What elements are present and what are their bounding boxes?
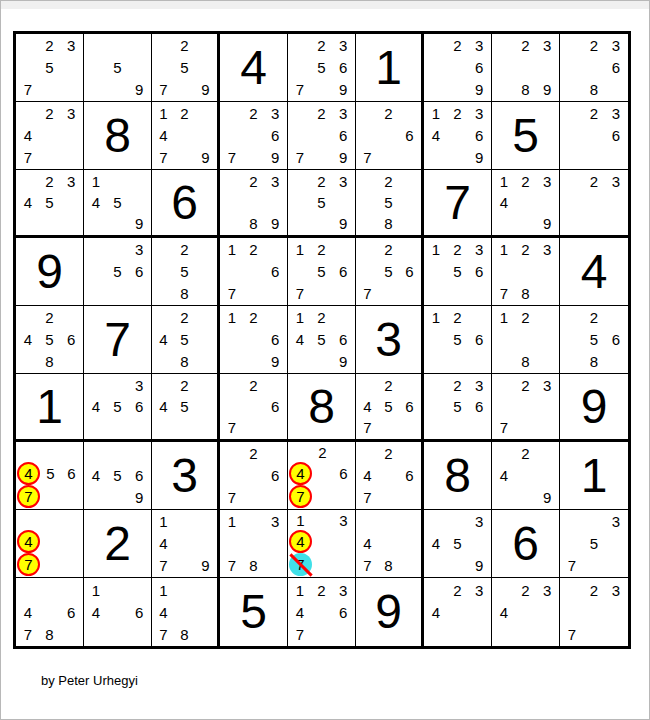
candidate: 6 [264, 125, 286, 147]
candidate-slot [264, 192, 286, 213]
candidate-slot [311, 213, 333, 234]
cell-r7c9[interactable]: 1 [560, 442, 628, 510]
candidate-slot [399, 282, 420, 304]
candidate: 1 [425, 239, 447, 261]
candidate: 5 [174, 396, 195, 417]
candidate-slot [107, 443, 129, 465]
candidate: 3 [468, 375, 490, 396]
cell-r5c7[interactable]: 1256 [424, 306, 492, 374]
cell-r2c8[interactable]: 5 [492, 102, 560, 170]
solved-digit: 3 [171, 452, 198, 500]
cell-r9c7[interactable]: 234 [424, 578, 492, 646]
candidate-slot [264, 307, 286, 329]
candidate-slot [195, 329, 216, 351]
cell-r9c3[interactable]: 1478 [152, 578, 220, 646]
cell-r2c3[interactable]: 12479 [152, 102, 220, 170]
candidate-slot [493, 443, 515, 465]
cell-r8c7[interactable]: 3459 [424, 510, 492, 578]
candidate: 6 [399, 396, 420, 417]
cell-r8c9[interactable]: 357 [560, 510, 628, 578]
candidate: 9 [128, 78, 150, 100]
candidate: 2 [378, 443, 399, 465]
candidate: 3 [60, 35, 82, 57]
cell-r6c7[interactable]: 2356 [424, 374, 492, 442]
candidate-slot [174, 146, 195, 168]
candidate-slot [357, 192, 378, 213]
cell-r7c3[interactable]: 3 [152, 442, 220, 510]
cell-r4c5[interactable]: 12567 [288, 238, 356, 306]
candidate: 3 [468, 511, 490, 533]
candidate-slot [378, 465, 399, 487]
cell-r8c6[interactable]: 478 [356, 510, 424, 578]
candidate-slot [85, 35, 107, 57]
candidate: 6 [468, 396, 490, 417]
pencil-marks: 2347 [16, 102, 83, 169]
candidate: 3 [605, 511, 627, 533]
candidate-slot [583, 146, 605, 168]
candidate-slot [61, 553, 82, 576]
candidate: 9 [332, 213, 354, 234]
candidate: 5 [174, 261, 195, 283]
candidate: 9 [468, 146, 490, 168]
cell-r4c7[interactable]: 12356 [424, 238, 492, 306]
candidate: 5 [447, 329, 469, 351]
candidate-highlighted: 4 [17, 530, 40, 553]
cell-r9c9[interactable]: 237 [560, 578, 628, 646]
candidate-slot [425, 282, 447, 304]
candidate: 3 [536, 239, 558, 261]
candidate: 3 [468, 103, 490, 125]
candidate: 2 [174, 103, 195, 125]
solved-digit: 1 [375, 44, 402, 92]
candidate: 7 [357, 554, 378, 576]
cell-r9c2[interactable]: 146 [84, 578, 152, 646]
candidate-slot [493, 78, 515, 100]
candidate-slot [515, 486, 537, 508]
candidate-slot [174, 417, 195, 438]
candidate-slot [583, 511, 605, 533]
candidate: 9 [332, 146, 354, 168]
cell-r7c6[interactable]: 2467 [356, 442, 424, 510]
candidate-slot [174, 78, 195, 100]
pencil-marks: 24568 [16, 306, 83, 373]
candidate-slot [107, 417, 129, 438]
candidate: 4 [17, 125, 39, 147]
cell-r5c9[interactable]: 2568 [560, 306, 628, 374]
cell-r9c5[interactable]: 123467 [288, 578, 356, 646]
pencil-marks: 3459 [424, 510, 491, 577]
pencil-marks: 1269 [220, 306, 287, 373]
candidate: 1 [289, 239, 311, 261]
cell-r8c8[interactable]: 6 [492, 510, 560, 578]
candidate: 2 [378, 239, 399, 261]
candidate-slot [195, 417, 216, 438]
cell-r6c3[interactable]: 245 [152, 374, 220, 442]
candidate: 5 [447, 261, 469, 283]
candidate: 4 [357, 533, 378, 555]
candidate-slot [40, 530, 61, 553]
candidate-slot [243, 261, 265, 283]
candidate-slot [605, 350, 627, 372]
candidate-slot [107, 579, 129, 601]
cell-r2c6[interactable]: 267 [356, 102, 424, 170]
cell-r9c1[interactable]: 4678 [16, 578, 84, 646]
cell-r7c7[interactable]: 8 [424, 442, 492, 510]
candidate-slot [128, 623, 150, 645]
pencil-marks: 24567 [356, 374, 421, 439]
candidate-slot [605, 192, 627, 213]
solved-digit: 6 [512, 520, 539, 568]
candidate: 7 [561, 554, 583, 576]
candidate: 6 [264, 329, 286, 351]
candidate-slot [153, 282, 174, 304]
candidate-slot [605, 146, 627, 168]
candidate: 2 [39, 307, 61, 329]
candidate-slot [447, 511, 469, 533]
pencil-marks: 2567 [356, 238, 421, 305]
candidate-slot [447, 146, 469, 168]
candidate: 1 [289, 307, 311, 329]
cell-r5c3[interactable]: 2458 [152, 306, 220, 374]
candidate-highlighted: 7 [17, 553, 40, 576]
solved-digit: 4 [240, 44, 267, 92]
candidate-slot [264, 239, 286, 261]
cell-r1c4[interactable]: 4 [220, 34, 288, 102]
cell-r1c9[interactable]: 2368 [560, 34, 628, 102]
candidate-slot [243, 282, 265, 304]
candidate-slot [493, 486, 515, 508]
candidate-slot [107, 623, 129, 645]
pencil-marks: 2467 [288, 442, 355, 509]
candidate: 4 [425, 125, 447, 147]
candidate: 4 [17, 192, 39, 213]
cell-r8c3[interactable]: 1479 [152, 510, 220, 578]
candidate-slot [583, 125, 605, 147]
cell-r1c6[interactable]: 1 [356, 34, 424, 102]
cell-r7c1[interactable]: 4567 [16, 442, 84, 510]
candidate-slot [289, 443, 312, 462]
candidate: 3 [468, 239, 490, 261]
candidate: 9 [468, 554, 490, 576]
cell-r2c7[interactable]: 123469 [424, 102, 492, 170]
candidate: 5 [311, 261, 333, 283]
candidate-slot [60, 350, 82, 372]
candidate-slot [264, 417, 286, 438]
candidate-slot [357, 103, 378, 125]
cell-r4c9[interactable]: 4 [560, 238, 628, 306]
candidate-slot [561, 350, 583, 372]
candidate-slot [312, 530, 333, 553]
candidate-slot [468, 307, 490, 329]
candidate: 2 [515, 35, 537, 57]
candidate: 1 [425, 307, 447, 329]
candidate-slot [378, 125, 399, 147]
cell-r2c1[interactable]: 2347 [16, 102, 84, 170]
cell-r8c2[interactable]: 2 [84, 510, 152, 578]
cell-r1c1[interactable]: 2357 [16, 34, 84, 102]
pencil-marks: 4567 [16, 442, 83, 509]
cell-r3c3[interactable]: 6 [152, 170, 220, 238]
candidate: 5 [107, 57, 129, 79]
candidate: 7 [221, 417, 243, 438]
pencil-marks: 2568 [560, 306, 628, 373]
candidate-slot [357, 213, 378, 234]
candidate: 4 [357, 465, 378, 487]
candidate-slot [85, 443, 107, 465]
pencil-marks: 2368 [560, 34, 628, 101]
pencil-marks: 124569 [288, 306, 355, 373]
candidate-slot [195, 623, 216, 645]
cell-r2c4[interactable]: 23679 [220, 102, 288, 170]
candidate: 3 [605, 103, 627, 125]
candidate: 6 [332, 329, 354, 351]
candidate: 9 [264, 350, 286, 372]
candidate-slot [128, 57, 150, 79]
candidate-slot [85, 78, 107, 100]
cell-r6c1[interactable]: 1 [16, 374, 84, 442]
candidate-slot [107, 282, 129, 304]
cell-r6c9[interactable]: 9 [560, 374, 628, 442]
candidate-slot [561, 57, 583, 79]
candidate-slot [39, 146, 61, 168]
candidate-slot [153, 417, 174, 438]
candidate-slot [289, 213, 311, 234]
candidate: 8 [174, 282, 195, 304]
pencil-marks: 2356 [424, 374, 491, 439]
cell-r9c6[interactable]: 9 [356, 578, 424, 646]
candidate-slot [536, 282, 558, 304]
cell-r1c7[interactable]: 2369 [424, 34, 492, 102]
candidate-slot [468, 533, 490, 555]
candidate: 7 [221, 282, 243, 304]
candidate-slot [61, 511, 82, 530]
candidate: 5 [447, 533, 469, 555]
candidate: 1 [289, 579, 311, 601]
cell-r4c6[interactable]: 2567 [356, 238, 424, 306]
cell-r2c9[interactable]: 236 [560, 102, 628, 170]
candidate-slot [17, 213, 39, 234]
candidate-slot [493, 261, 515, 283]
cell-r5c5[interactable]: 124569 [288, 306, 356, 374]
pencil-marks: 2389 [492, 34, 559, 101]
candidate-slot [107, 78, 129, 100]
candidate: 2 [447, 579, 469, 601]
candidate-slot [17, 511, 40, 530]
candidate: 3 [264, 103, 286, 125]
candidate: 2 [243, 443, 265, 465]
candidate: 7 [493, 282, 515, 304]
cell-r7c4[interactable]: 267 [220, 442, 288, 510]
candidate-slot [333, 485, 354, 508]
candidate: 4 [85, 601, 107, 623]
cell-r8c4[interactable]: 1378 [220, 510, 288, 578]
candidate: 7 [153, 554, 174, 576]
cell-r3c7[interactable]: 7 [424, 170, 492, 238]
cell-r4c4[interactable]: 1267 [220, 238, 288, 306]
candidate-slot [561, 125, 583, 147]
candidate: 2 [447, 35, 469, 57]
candidate: 2 [515, 171, 537, 192]
candidate: 4 [153, 125, 174, 147]
pencil-marks: 258 [152, 238, 217, 305]
cell-r3c2[interactable]: 1459 [84, 170, 152, 238]
candidate-slot [425, 350, 447, 372]
candidate-slot [425, 375, 447, 396]
candidate-slot [493, 350, 515, 372]
candidate-slot [289, 57, 311, 79]
candidate-highlighted: 7 [289, 485, 312, 508]
candidate: 2 [311, 239, 333, 261]
cell-r8c1[interactable]: 47 [16, 510, 84, 578]
candidate-slot [221, 171, 243, 192]
candidate: 3 [605, 35, 627, 57]
candidate-slot [174, 579, 195, 601]
pencil-marks: 59 [84, 34, 151, 101]
cell-r6c4[interactable]: 267 [220, 374, 288, 442]
candidate-slot [174, 125, 195, 147]
pencil-marks: 258 [356, 170, 421, 235]
cell-r8c5[interactable]: 1347 [288, 510, 356, 578]
candidate-slot [17, 307, 39, 329]
candidate: 1 [221, 511, 243, 533]
candidate: 6 [605, 125, 627, 147]
cell-r6c8[interactable]: 237 [492, 374, 560, 442]
candidate-slot [85, 375, 107, 396]
cell-r4c8[interactable]: 12378 [492, 238, 560, 306]
candidate: 3 [536, 579, 558, 601]
cell-r9c8[interactable]: 234 [492, 578, 560, 646]
pencil-marks: 23679 [288, 102, 355, 169]
cell-r1c2[interactable]: 59 [84, 34, 152, 102]
candidate-slot [60, 623, 82, 645]
cell-r9c4[interactable]: 5 [220, 578, 288, 646]
candidate-slot [425, 511, 447, 533]
cell-r3c9[interactable]: 23 [560, 170, 628, 238]
candidate-slot [17, 171, 39, 192]
candidate: 6 [468, 57, 490, 79]
candidate-slot [107, 35, 129, 57]
candidate-slot [605, 623, 627, 645]
candidate: 2 [378, 375, 399, 396]
candidate-slot [515, 601, 537, 623]
candidate-slot [399, 213, 420, 234]
candidate: 2 [583, 171, 605, 192]
pencil-marks: 1267 [220, 238, 287, 305]
candidate: 6 [605, 57, 627, 79]
candidate-slot [221, 329, 243, 351]
pencil-marks: 237 [560, 578, 628, 646]
candidate: 6 [332, 601, 354, 623]
pencil-marks: 1256 [424, 306, 491, 373]
cell-r2c2[interactable]: 8 [84, 102, 152, 170]
candidate: 6 [60, 601, 82, 623]
cell-r2c5[interactable]: 23679 [288, 102, 356, 170]
cell-r3c1[interactable]: 2345 [16, 170, 84, 238]
cell-r5c1[interactable]: 24568 [16, 306, 84, 374]
solved-digit: 4 [581, 248, 608, 296]
candidate: 8 [378, 554, 399, 576]
cell-r3c4[interactable]: 2389 [220, 170, 288, 238]
candidate: 7 [17, 78, 39, 100]
cell-r5c2[interactable]: 7 [84, 306, 152, 374]
cell-r4c2[interactable]: 356 [84, 238, 152, 306]
pencil-marks: 12479 [152, 102, 217, 169]
cell-r6c6[interactable]: 24567 [356, 374, 424, 442]
candidate-slot [264, 443, 286, 465]
candidate: 8 [515, 282, 537, 304]
candidate: 6 [128, 261, 150, 283]
cell-r7c5[interactable]: 2467 [288, 442, 356, 510]
cell-r3c6[interactable]: 258 [356, 170, 424, 238]
candidate: 5 [311, 329, 333, 351]
pencil-marks: 12567 [288, 238, 355, 305]
candidate-slot [583, 623, 605, 645]
candidate: 5 [311, 57, 333, 79]
candidate: 8 [378, 213, 399, 234]
solved-digit: 1 [36, 383, 63, 431]
candidate-slot [85, 261, 107, 283]
candidate-slot [605, 213, 627, 234]
pencil-marks: 4678 [16, 578, 83, 646]
cell-r7c8[interactable]: 249 [492, 442, 560, 510]
cell-r5c8[interactable]: 128 [492, 306, 560, 374]
solved-digit: 8 [104, 112, 131, 160]
pencil-marks: 2458 [152, 306, 217, 373]
cell-r5c6[interactable]: 3 [356, 306, 424, 374]
candidate-slot [399, 146, 420, 168]
candidate: 1 [153, 579, 174, 601]
candidate-slot [195, 396, 216, 417]
candidate-slot [195, 239, 216, 261]
candidate: 6 [468, 329, 490, 351]
candidate-slot [60, 78, 82, 100]
candidate: 2 [311, 35, 333, 57]
cell-r5c4[interactable]: 1269 [220, 306, 288, 374]
cell-r6c5[interactable]: 8 [288, 374, 356, 442]
cell-r4c1[interactable]: 9 [16, 238, 84, 306]
candidate: 6 [399, 261, 420, 283]
pencil-marks: 249 [492, 442, 559, 509]
candidate-slot [515, 396, 537, 417]
candidate: 5 [39, 329, 61, 351]
cell-r1c8[interactable]: 2389 [492, 34, 560, 102]
cell-r7c2[interactable]: 4569 [84, 442, 152, 510]
candidate: 3 [333, 511, 354, 530]
candidate-slot [515, 213, 537, 234]
candidate-slot [605, 533, 627, 555]
cell-r1c3[interactable]: 2579 [152, 34, 220, 102]
cell-r4c3[interactable]: 258 [152, 238, 220, 306]
candidate: 7 [357, 282, 378, 304]
candidate-slot [561, 213, 583, 234]
candidate: 2 [515, 239, 537, 261]
candidate: 2 [378, 103, 399, 125]
cell-r3c8[interactable]: 12349 [492, 170, 560, 238]
candidate-slot [605, 554, 627, 576]
candidate-slot [583, 554, 605, 576]
candidate-slot [536, 623, 558, 645]
cell-r6c2[interactable]: 3456 [84, 374, 152, 442]
candidate-slot [357, 171, 378, 192]
candidate: 7 [221, 146, 243, 168]
cell-r1c5[interactable]: 235679 [288, 34, 356, 102]
candidate-slot [425, 579, 447, 601]
cell-r3c5[interactable]: 2359 [288, 170, 356, 238]
candidate-slot [221, 125, 243, 147]
candidate: 2 [311, 307, 333, 329]
pencil-marks: 2345 [16, 170, 83, 235]
candidate: 9 [128, 486, 150, 508]
